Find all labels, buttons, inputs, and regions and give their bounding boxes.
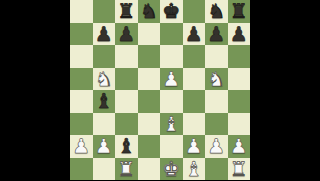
square-h3[interactable]	[228, 113, 251, 136]
piece-black-pawn[interactable]: ♟	[207, 23, 225, 45]
piece-white-rook[interactable]: ♜	[117, 158, 135, 180]
square-e6[interactable]	[160, 45, 183, 68]
square-g8[interactable]: ♞	[205, 0, 228, 23]
square-c7[interactable]: ♟	[115, 23, 138, 46]
square-g7[interactable]: ♟	[205, 23, 228, 46]
page-background: ♜♞♚♞♜♟♟♟♟♟♞♟♞♝♝♟♟♝♟♟♟♜♚♝♜	[0, 0, 320, 180]
square-h1[interactable]: ♜	[228, 158, 251, 181]
square-a4[interactable]	[70, 90, 93, 113]
square-d2[interactable]	[138, 135, 161, 158]
square-h2[interactable]: ♟	[228, 135, 251, 158]
square-f1[interactable]: ♝	[183, 158, 206, 181]
square-b6[interactable]	[93, 45, 116, 68]
square-b2[interactable]: ♟	[93, 135, 116, 158]
square-a5[interactable]	[70, 68, 93, 91]
square-c2[interactable]: ♝	[115, 135, 138, 158]
piece-white-bishop[interactable]: ♝	[185, 158, 203, 180]
square-e5[interactable]: ♟	[160, 68, 183, 91]
square-f3[interactable]	[183, 113, 206, 136]
square-c4[interactable]	[115, 90, 138, 113]
square-a8[interactable]	[70, 0, 93, 23]
square-c3[interactable]	[115, 113, 138, 136]
square-b1[interactable]	[93, 158, 116, 181]
piece-black-pawn[interactable]: ♟	[230, 23, 248, 45]
piece-black-king[interactable]: ♚	[162, 0, 180, 22]
square-h4[interactable]	[228, 90, 251, 113]
square-f4[interactable]	[183, 90, 206, 113]
piece-black-pawn[interactable]: ♟	[95, 23, 113, 45]
square-d1[interactable]	[138, 158, 161, 181]
square-h7[interactable]: ♟	[228, 23, 251, 46]
piece-white-rook[interactable]: ♜	[230, 158, 248, 180]
square-d8[interactable]: ♞	[138, 0, 161, 23]
square-d5[interactable]	[138, 68, 161, 91]
square-e7[interactable]	[160, 23, 183, 46]
square-b5[interactable]: ♞	[93, 68, 116, 91]
piece-black-bishop[interactable]: ♝	[95, 90, 113, 112]
square-e4[interactable]	[160, 90, 183, 113]
square-g1[interactable]	[205, 158, 228, 181]
piece-white-bishop[interactable]: ♝	[162, 113, 180, 135]
piece-white-pawn[interactable]: ♟	[185, 135, 203, 157]
square-g6[interactable]	[205, 45, 228, 68]
square-c1[interactable]: ♜	[115, 158, 138, 181]
square-f6[interactable]	[183, 45, 206, 68]
square-e1[interactable]: ♚	[160, 158, 183, 181]
piece-white-pawn[interactable]: ♟	[72, 135, 90, 157]
square-h5[interactable]	[228, 68, 251, 91]
square-b7[interactable]: ♟	[93, 23, 116, 46]
square-f5[interactable]	[183, 68, 206, 91]
square-h8[interactable]: ♜	[228, 0, 251, 23]
square-a7[interactable]	[70, 23, 93, 46]
square-f8[interactable]	[183, 0, 206, 23]
square-e8[interactable]: ♚	[160, 0, 183, 23]
square-a3[interactable]	[70, 113, 93, 136]
square-d3[interactable]	[138, 113, 161, 136]
piece-black-rook[interactable]: ♜	[230, 0, 248, 22]
piece-white-pawn[interactable]: ♟	[207, 135, 225, 157]
piece-white-pawn[interactable]: ♟	[162, 68, 180, 90]
piece-black-knight[interactable]: ♞	[140, 0, 158, 22]
piece-white-knight[interactable]: ♞	[207, 68, 225, 90]
chess-board: ♜♞♚♞♜♟♟♟♟♟♞♟♞♝♝♟♟♝♟♟♟♜♚♝♜	[70, 0, 250, 180]
square-b8[interactable]	[93, 0, 116, 23]
piece-black-pawn[interactable]: ♟	[185, 23, 203, 45]
piece-black-bishop[interactable]: ♝	[117, 135, 135, 157]
square-b4[interactable]: ♝	[93, 90, 116, 113]
square-a6[interactable]	[70, 45, 93, 68]
square-g4[interactable]	[205, 90, 228, 113]
square-g3[interactable]	[205, 113, 228, 136]
square-g2[interactable]: ♟	[205, 135, 228, 158]
square-c8[interactable]: ♜	[115, 0, 138, 23]
piece-black-knight[interactable]: ♞	[207, 0, 225, 22]
square-a2[interactable]: ♟	[70, 135, 93, 158]
square-d6[interactable]	[138, 45, 161, 68]
square-c5[interactable]	[115, 68, 138, 91]
square-h6[interactable]	[228, 45, 251, 68]
piece-white-king[interactable]: ♚	[162, 158, 180, 180]
piece-white-pawn[interactable]: ♟	[95, 135, 113, 157]
square-a1[interactable]	[70, 158, 93, 181]
piece-white-pawn[interactable]: ♟	[230, 135, 248, 157]
piece-white-knight[interactable]: ♞	[95, 68, 113, 90]
piece-black-rook[interactable]: ♜	[117, 0, 135, 22]
square-f7[interactable]: ♟	[183, 23, 206, 46]
square-e2[interactable]	[160, 135, 183, 158]
square-f2[interactable]: ♟	[183, 135, 206, 158]
square-b3[interactable]	[93, 113, 116, 136]
piece-black-pawn[interactable]: ♟	[117, 23, 135, 45]
square-d7[interactable]	[138, 23, 161, 46]
square-d4[interactable]	[138, 90, 161, 113]
square-g5[interactable]: ♞	[205, 68, 228, 91]
square-c6[interactable]	[115, 45, 138, 68]
square-e3[interactable]: ♝	[160, 113, 183, 136]
